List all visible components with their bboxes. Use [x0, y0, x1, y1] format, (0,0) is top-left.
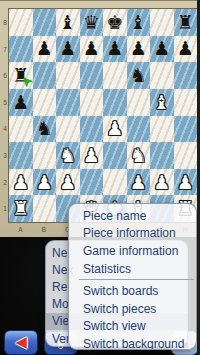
square-a5[interactable]: ♟: [9, 89, 33, 116]
square-g6[interactable]: [150, 62, 174, 89]
square-g8[interactable]: [150, 9, 174, 36]
view-menu-item-piece-name[interactable]: Piece name: [69, 207, 196, 225]
square-e4[interactable]: ♟: [103, 116, 127, 143]
piece-white-pawn: ♟: [12, 173, 29, 192]
menu-separator: [79, 279, 194, 280]
square-d8[interactable]: ♛: [80, 9, 104, 36]
back-triangle-icon: ◀: [15, 335, 27, 350]
square-g7[interactable]: ♟: [150, 36, 174, 63]
square-g2[interactable]: ♟: [150, 169, 174, 196]
piece-black-knight: ♞: [130, 66, 147, 85]
square-f2[interactable]: ♟: [127, 169, 151, 196]
square-b3[interactable]: [33, 142, 57, 169]
view-menu-item-switch-pieces[interactable]: Switch pieces: [69, 300, 196, 318]
file-label-B: B: [33, 226, 56, 233]
piece-white-knight: ♞: [130, 146, 147, 165]
square-f5[interactable]: [127, 89, 151, 116]
piece-white-knight: ♞: [59, 146, 76, 165]
file-label-A: A: [9, 226, 32, 233]
piece-black-king: ♚: [106, 13, 123, 32]
square-a7[interactable]: [9, 36, 33, 63]
chess-board: ♝♛♚♝♜♟♟♟♟♟♟♟♜♞♟♝♞♟♞♟♞♟♟♟♟♟♟♜♛♚♝♜: [9, 9, 197, 222]
view-menu-item-piece-information[interactable]: Piece information: [69, 225, 196, 243]
square-b4[interactable]: ♞: [33, 116, 57, 143]
square-c7[interactable]: ♟: [56, 36, 80, 63]
chess-board-frame: ♝♛♚♝♜♟♟♟♟♟♟♟♜♞♟♝♞♟♞♟♞♟♟♟♟♟♟♜♛♚♝♜ 8765432…: [0, 0, 200, 237]
square-e5[interactable]: [103, 89, 127, 116]
rank-label-6: 6: [1, 72, 9, 79]
view-menu-item-switch-view[interactable]: Switch view: [69, 318, 196, 336]
piece-black-pawn: ♟: [59, 39, 76, 58]
square-b8[interactable]: [33, 9, 57, 36]
square-h5[interactable]: [174, 89, 198, 116]
rank-label-8: 8: [1, 19, 9, 26]
square-d2[interactable]: [80, 169, 104, 196]
rank-label-2: 2: [1, 179, 9, 186]
square-e8[interactable]: ♚: [103, 9, 127, 36]
view-menu-item-game-information[interactable]: Game information: [69, 242, 196, 260]
view-menu-item-switch-background[interactable]: Switch background: [69, 335, 196, 350]
square-b5[interactable]: [33, 89, 57, 116]
view-menu-item-switch-boards[interactable]: Switch boards: [69, 282, 196, 300]
rank-label-1: 1: [1, 205, 9, 212]
piece-white-pawn: ♟: [177, 173, 194, 192]
piece-white-pawn: ♟: [59, 173, 76, 192]
square-a2[interactable]: ♟: [9, 169, 33, 196]
piece-white-bishop: ♝: [153, 93, 170, 112]
rank-label-7: 7: [1, 46, 9, 53]
square-c5[interactable]: [56, 89, 80, 116]
square-h3[interactable]: [174, 142, 198, 169]
square-c8[interactable]: ♝: [56, 9, 80, 36]
square-d4[interactable]: [80, 116, 104, 143]
square-h8[interactable]: ♜: [174, 9, 198, 36]
piece-black-queen: ♛: [83, 13, 100, 32]
square-b2[interactable]: ♟: [33, 169, 57, 196]
square-b1[interactable]: [33, 195, 57, 222]
square-h2[interactable]: ♟: [174, 169, 198, 196]
square-b7[interactable]: ♟: [33, 36, 57, 63]
square-g3[interactable]: [150, 142, 174, 169]
square-f6[interactable]: ♞: [127, 62, 151, 89]
square-g4[interactable]: [150, 116, 174, 143]
screen-edge: [197, 0, 200, 355]
piece-black-pawn: ♟: [177, 39, 194, 58]
square-f7[interactable]: ♟: [127, 36, 151, 63]
square-d6[interactable]: [80, 62, 104, 89]
square-h7[interactable]: ♟: [174, 36, 198, 63]
rank-label-3: 3: [1, 152, 9, 159]
view-menu: Piece namePiece informationGame informat…: [68, 203, 197, 350]
square-f8[interactable]: ♝: [127, 9, 151, 36]
square-e6[interactable]: [103, 62, 127, 89]
piece-black-bishop: ♝: [59, 13, 76, 32]
square-c3[interactable]: ♞: [56, 142, 80, 169]
piece-black-pawn: ♟: [106, 39, 123, 58]
piece-black-pawn: ♟: [153, 39, 170, 58]
back-button[interactable]: ◀: [4, 330, 38, 355]
square-c4[interactable]: [56, 116, 80, 143]
piece-black-rook: ♜: [177, 13, 194, 32]
piece-black-bishop: ♝: [130, 13, 147, 32]
square-h4[interactable]: [174, 116, 198, 143]
square-e7[interactable]: ♟: [103, 36, 127, 63]
square-d5[interactable]: [80, 89, 104, 116]
piece-black-pawn: ♟: [130, 39, 147, 58]
piece-black-pawn: ♟: [36, 39, 53, 58]
square-c6[interactable]: [56, 62, 80, 89]
chess-app-screen: ♝♛♚♝♜♟♟♟♟♟♟♟♜♞♟♝♞♟♞♟♞♟♟♟♟♟♟♜♛♚♝♜ 8765432…: [0, 0, 200, 355]
piece-white-pawn: ♟: [83, 146, 100, 165]
square-c2[interactable]: ♟: [56, 169, 80, 196]
piece-black-pawn: ♟: [83, 39, 100, 58]
square-d3[interactable]: ♟: [80, 142, 104, 169]
square-d7[interactable]: ♟: [80, 36, 104, 63]
square-f3[interactable]: ♞: [127, 142, 151, 169]
square-f4[interactable]: [127, 116, 151, 143]
square-e3[interactable]: [103, 142, 127, 169]
piece-white-pawn: ♟: [36, 173, 53, 192]
piece-white-pawn: ♟: [106, 119, 123, 138]
square-b6[interactable]: [33, 62, 57, 89]
piece-white-pawn: ♟: [153, 173, 170, 192]
rank-label-4: 4: [1, 125, 9, 132]
rank-label-5: 5: [1, 99, 9, 106]
piece-black-knight: ♞: [36, 119, 53, 138]
square-g5[interactable]: ♝: [150, 89, 174, 116]
square-a8[interactable]: [9, 9, 33, 36]
square-a1[interactable]: ♜: [9, 195, 33, 222]
square-a3[interactable]: [9, 142, 33, 169]
piece-white-pawn: ♟: [130, 173, 147, 192]
view-menu-item-statistics[interactable]: Statistics: [69, 260, 196, 278]
square-e2[interactable]: [103, 169, 127, 196]
square-a4[interactable]: [9, 116, 33, 143]
square-h6[interactable]: [174, 62, 198, 89]
piece-white-rook: ♜: [12, 199, 29, 218]
piece-black-pawn: ♟: [12, 93, 29, 112]
